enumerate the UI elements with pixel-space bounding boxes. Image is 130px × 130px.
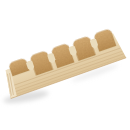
product-photo [0, 0, 130, 130]
wooden-object-illustration [0, 0, 130, 130]
